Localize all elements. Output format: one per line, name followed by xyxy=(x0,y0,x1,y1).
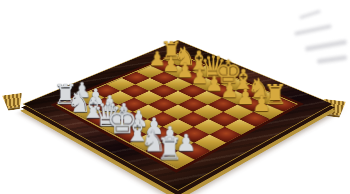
chess-set-product-photo: ♜♞♝♛♚♝♞♜♟♟♟♟♟♟♟♟♟♟♟♟♟♟♟♟♜♞♝♛♚♝♞♜ xyxy=(0,0,350,194)
corner-foot-left xyxy=(2,93,24,112)
square-e4 xyxy=(163,105,193,120)
piece-cast-shadow xyxy=(294,24,332,36)
piece-cast-shadow xyxy=(299,10,321,20)
square-h8: ♜ xyxy=(267,98,297,112)
piece-gold-rook: ♜ xyxy=(151,38,192,63)
piece-gold-knight: ♞ xyxy=(237,74,282,101)
chess-board-frame: ♜♞♝♛♚♝♞♜♟♟♟♟♟♟♟♟♟♟♟♟♟♟♟♟♜♞♝♛♚♝♞♜ xyxy=(22,40,333,191)
square-h1: ♜ xyxy=(161,151,194,168)
square-c1: ♝ xyxy=(86,112,117,127)
piece-cast-shadow xyxy=(317,55,347,64)
piece-silver-pawn: ♟ xyxy=(60,80,105,101)
square-h6 xyxy=(239,112,270,127)
chess-board: ♜♞♝♛♚♝♞♜♟♟♟♟♟♟♟♟♟♟♟♟♟♟♟♟♜♞♝♛♚♝♞♜ xyxy=(56,53,298,169)
piece-cast-shadow xyxy=(305,39,347,51)
